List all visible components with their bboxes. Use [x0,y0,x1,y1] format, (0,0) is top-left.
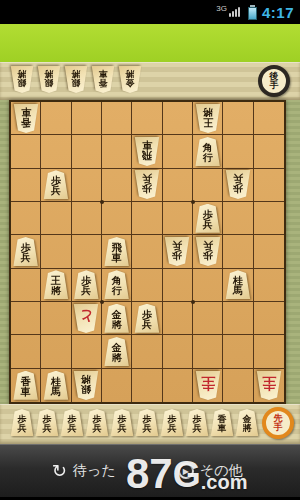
shogi-piece-sente[interactable]: 歩兵 [110,409,134,436]
gote-hand-pieces: 銀將銀將銀將香車金將 [10,66,142,93]
board-cell[interactable] [223,102,253,135]
piece-kanji: 圭 [195,371,221,400]
shogi-piece-gote[interactable]: 圭 [195,371,221,400]
board-cell[interactable] [132,335,162,368]
piece-kanji: 香車 [13,371,39,400]
piece-kanji: 飛車 [134,137,160,166]
app-screen: 3G 4:17 銀將銀將銀將香車金將 後手 香車王將飛車角行歩兵歩兵歩兵歩兵歩兵… [0,0,300,500]
board-cell[interactable]: と [72,302,102,335]
undo-move-button[interactable]: ↺ 待った [52,462,116,480]
shogi-piece-gote[interactable]: 香車 [13,104,39,133]
piece-kanji: 金將 [104,304,130,333]
board-cell[interactable] [41,135,71,168]
piece-kanji: 圭 [256,371,282,400]
shogi-piece-gote[interactable]: 銀將 [64,66,88,93]
shogi-piece-gote[interactable]: と [73,304,99,333]
piece-kanji: 歩兵 [85,409,109,436]
board-star-point [191,300,195,304]
board-cell[interactable] [163,302,193,335]
piece-kanji: 銀將 [10,66,34,93]
board-cell[interactable] [11,169,41,202]
board-cell[interactable] [193,269,223,302]
sente-player-badge: 先手 [262,407,294,439]
shogi-piece-sente[interactable]: 歩兵 [160,409,184,436]
piece-kanji: 歩兵 [185,409,209,436]
piece-kanji: 歩兵 [134,304,160,333]
shogi-piece-sente[interactable]: 歩兵 [185,409,209,436]
board-cell[interactable] [11,135,41,168]
shogi-piece-sente[interactable]: 王將 [43,270,69,299]
piece-kanji: 歩兵 [195,204,221,233]
board-cell[interactable]: 金將 [102,335,132,368]
shogi-piece-gote[interactable]: 歩兵 [195,237,221,266]
gote-player-badge: 後手 [258,65,290,97]
board-cell[interactable] [254,235,284,268]
board-cell[interactable] [163,369,193,402]
board-cell[interactable] [72,235,102,268]
board-cell[interactable]: 香車 [11,369,41,402]
piece-kanji: 歩兵 [134,170,160,199]
board-cell[interactable] [223,135,253,168]
piece-kanji: 桂馬 [43,371,69,400]
board-cell[interactable]: 桂馬 [41,369,71,402]
board-cell[interactable]: 歩兵 [193,235,223,268]
board-cell[interactable] [41,102,71,135]
piece-kanji: 王將 [43,270,69,299]
piece-kanji: 飛車 [104,237,130,266]
shogi-piece-sente[interactable]: 歩兵 [195,204,221,233]
sente-hand-tray: 歩兵歩兵歩兵歩兵歩兵歩兵歩兵歩兵香車金將 先手 [0,404,300,444]
board-cell[interactable] [254,302,284,335]
piece-kanji: 歩兵 [225,170,251,199]
board-cell[interactable]: 歩兵 [41,169,71,202]
board-star-point [100,300,104,304]
shogi-piece-sente[interactable]: 金將 [104,337,130,366]
shogi-piece-gote[interactable]: 銀將 [73,371,99,400]
piece-kanji: 香車 [91,66,115,93]
undo-button-label: 待った [73,462,116,480]
shogi-piece-gote[interactable]: 銀將 [37,66,61,93]
board-cell[interactable]: 歩兵 [72,269,102,302]
undo-arrow-icon: ↺ [52,462,67,480]
board-cell[interactable] [254,269,284,302]
board-cell[interactable] [163,169,193,202]
shogi-piece-sente[interactable]: 歩兵 [85,409,109,436]
board-cell[interactable]: 金將 [102,302,132,335]
board-cell[interactable]: 王將 [193,102,223,135]
shogi-piece-sente[interactable]: 歩兵 [135,409,159,436]
board-cell[interactable] [132,202,162,235]
piece-kanji: 歩兵 [195,237,221,266]
board-cell[interactable] [41,235,71,268]
board-cell[interactable] [223,202,253,235]
shogi-piece-sente[interactable]: 歩兵 [73,270,99,299]
piece-kanji: 銀將 [64,66,88,93]
board-cell[interactable]: 桂馬 [223,269,253,302]
board-cell[interactable] [132,102,162,135]
board-cell[interactable] [163,202,193,235]
board-cell[interactable]: 香車 [11,102,41,135]
board-cell[interactable]: 王將 [41,269,71,302]
piece-kanji: 桂馬 [225,270,251,299]
header-green-strip [0,24,300,62]
shogi-piece-sente[interactable]: 角行 [104,270,130,299]
piece-kanji: 歩兵 [73,270,99,299]
shogi-piece-gote[interactable]: 銀將 [10,66,34,93]
board-cell[interactable]: 圭 [193,369,223,402]
board-star-point [100,200,104,204]
shogi-piece-gote[interactable]: 圭 [256,371,282,400]
piece-kanji: 金將 [118,66,142,93]
shogi-piece-sente[interactable]: 歩兵 [60,409,84,436]
piece-kanji: 歩兵 [164,237,190,266]
piece-kanji: 歩兵 [60,409,84,436]
board-cell[interactable]: 銀將 [72,369,102,402]
board-cell[interactable] [11,202,41,235]
shogi-piece-gote[interactable]: 香車 [91,66,115,93]
piece-kanji: 歩兵 [10,409,34,436]
shogi-piece-sente[interactable]: 角行 [195,137,221,166]
more-options-button[interactable]: ▶ その他 [178,462,243,480]
board-star-point [191,200,195,204]
board-cell[interactable] [254,169,284,202]
shogi-piece-sente[interactable]: 桂馬 [225,270,251,299]
board-cell[interactable]: 飛車 [102,235,132,268]
board-cell[interactable] [163,135,193,168]
board-cell[interactable] [223,302,253,335]
board-cell[interactable] [254,335,284,368]
gote-hand-tray: 銀將銀將銀將香車金將 後手 [0,62,300,100]
piece-kanji: と [73,304,99,333]
shogi-piece-sente[interactable]: 歩兵 [35,409,59,436]
board-cell[interactable] [254,102,284,135]
board-cell[interactable] [11,269,41,302]
board-cell[interactable] [102,102,132,135]
piece-kanji: 歩兵 [13,237,39,266]
board-cell[interactable] [163,269,193,302]
board-cell[interactable] [193,302,223,335]
shogi-piece-gote[interactable]: 歩兵 [164,237,190,266]
shogi-piece-gote[interactable]: 王將 [195,104,221,133]
shogi-piece-sente[interactable]: 金將 [235,409,259,436]
shogi-piece-sente[interactable]: 歩兵 [13,237,39,266]
piece-kanji: 香車 [210,409,234,436]
piece-kanji: 歩兵 [160,409,184,436]
piece-kanji: 金將 [104,337,130,366]
board-cell[interactable]: 歩兵 [223,169,253,202]
board-cell[interactable] [41,202,71,235]
board-cell[interactable] [72,169,102,202]
piece-kanji: 香車 [13,104,39,133]
board-cell[interactable] [193,169,223,202]
battery-icon [248,5,257,20]
piece-kanji: 角行 [104,270,130,299]
shogi-piece-gote[interactable]: 歩兵 [134,170,160,199]
board-cell[interactable]: 歩兵 [193,202,223,235]
board-cell[interactable] [11,302,41,335]
piece-kanji: 王將 [195,104,221,133]
piece-kanji: 歩兵 [43,170,69,199]
shogi-piece-gote[interactable]: 歩兵 [225,170,251,199]
status-bar: 3G 4:17 [0,0,300,24]
bottom-action-bar: ↺ 待った ▶ その他 [0,444,300,497]
board-cell[interactable] [41,335,71,368]
board-cell[interactable] [223,369,253,402]
piece-kanji: 角行 [195,137,221,166]
signal-icon: 3G [216,7,240,17]
shogi-piece-sente[interactable]: 歩兵 [43,170,69,199]
board-cell[interactable] [223,235,253,268]
shogi-piece-sente[interactable]: 歩兵 [134,304,160,333]
more-button-label: その他 [200,462,243,480]
piece-kanji: 銀將 [73,371,99,400]
board-cell[interactable] [132,269,162,302]
board-cell[interactable] [72,335,102,368]
shogi-piece-sente[interactable]: 香車 [210,409,234,436]
board-cell[interactable] [193,335,223,368]
status-clock: 4:17 [262,4,294,21]
piece-kanji: 銀將 [37,66,61,93]
shogi-piece-sente[interactable]: 金將 [104,304,130,333]
shogi-piece-sente[interactable]: 桂馬 [43,371,69,400]
shogi-board: 香車王將飛車角行歩兵歩兵歩兵歩兵歩兵飛車歩兵歩兵王將歩兵角行桂馬と金將歩兵金將香… [9,100,286,404]
board-cell[interactable] [11,335,41,368]
shogi-piece-gote[interactable]: 飛車 [134,137,160,166]
board-cell[interactable]: 歩兵 [132,169,162,202]
board-cell[interactable] [254,202,284,235]
board-cell[interactable] [102,202,132,235]
board-cell[interactable] [223,335,253,368]
board-cell[interactable] [41,302,71,335]
board-cell[interactable]: 角行 [102,269,132,302]
board-cell[interactable]: 歩兵 [132,302,162,335]
more-options-icon: ▶ [178,463,194,479]
board-cell[interactable] [132,235,162,268]
board-cell[interactable] [132,369,162,402]
board-cell[interactable] [102,135,132,168]
board-cell[interactable] [102,169,132,202]
piece-kanji: 歩兵 [35,409,59,436]
shogi-piece-gote[interactable]: 金將 [118,66,142,93]
board-cell[interactable]: 角行 [193,135,223,168]
piece-kanji: 金將 [235,409,259,436]
board-cell[interactable]: 圭 [254,369,284,402]
sente-hand-pieces: 歩兵歩兵歩兵歩兵歩兵歩兵歩兵歩兵香車金將 [10,409,259,436]
shogi-piece-sente[interactable]: 香車 [13,371,39,400]
board-cell[interactable] [72,202,102,235]
board-cell[interactable] [72,135,102,168]
piece-kanji: 歩兵 [110,409,134,436]
board-cell[interactable]: 飛車 [132,135,162,168]
board-cell[interactable] [72,102,102,135]
shogi-piece-sente[interactable]: 歩兵 [10,409,34,436]
network-type-label: 3G [216,4,227,13]
board-cell[interactable] [102,369,132,402]
shogi-piece-sente[interactable]: 飛車 [104,237,130,266]
board-cell[interactable] [254,135,284,168]
piece-kanji: 歩兵 [135,409,159,436]
board-cell[interactable] [163,335,193,368]
board-cell[interactable]: 歩兵 [11,235,41,268]
board-cell[interactable] [163,102,193,135]
board-cell[interactable]: 歩兵 [163,235,193,268]
